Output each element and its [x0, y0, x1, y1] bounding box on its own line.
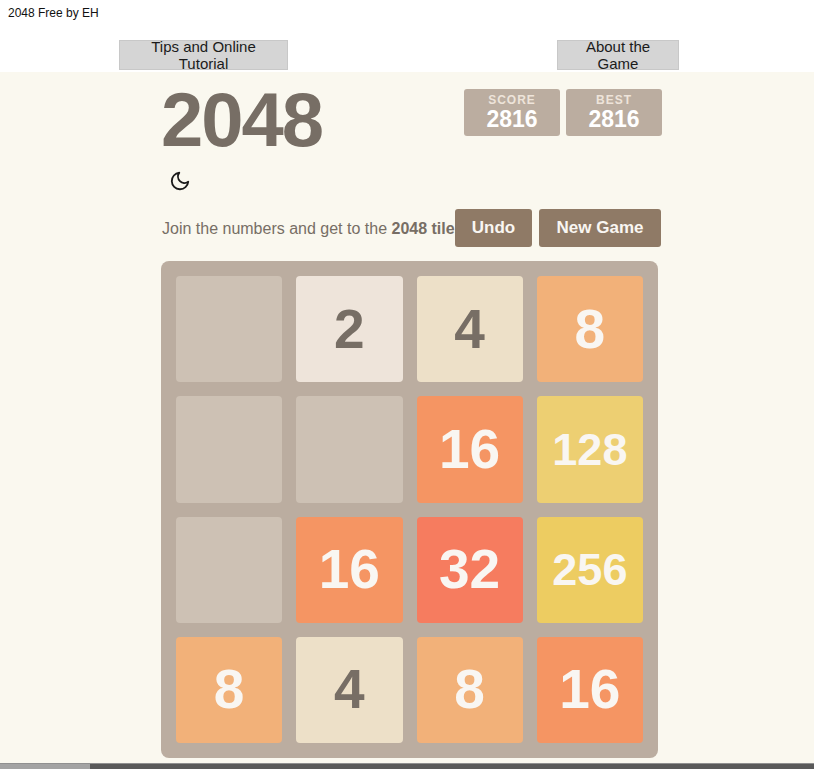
- tile-2: 2: [296, 276, 402, 382]
- best-box: BEST 2816: [566, 89, 662, 136]
- instructions-goal: 2048 tile!: [391, 220, 459, 237]
- moon-icon: [169, 170, 191, 192]
- tile-4: 4: [417, 276, 523, 382]
- tile-8: 8: [417, 637, 523, 743]
- score-label: SCORE: [488, 93, 536, 107]
- empty-cell: [176, 276, 282, 382]
- new-game-button[interactable]: New Game: [539, 209, 661, 247]
- horizontal-scrollbar[interactable]: [0, 763, 814, 769]
- score-value: 2816: [486, 107, 537, 132]
- scrollbar-thumb[interactable]: [0, 764, 90, 769]
- tile-128: 128: [537, 396, 643, 502]
- score-box: SCORE 2816: [464, 89, 560, 136]
- empty-cell: [176, 517, 282, 623]
- tile-256: 256: [537, 517, 643, 623]
- tile-8: 8: [176, 637, 282, 743]
- best-label: BEST: [596, 93, 632, 107]
- tile-8: 8: [537, 276, 643, 382]
- best-value: 2816: [588, 107, 639, 132]
- tile-16: 16: [537, 637, 643, 743]
- game-title: 2048: [161, 82, 322, 158]
- tile-32: 32: [417, 517, 523, 623]
- instructions-text: Join the numbers and get to the: [162, 220, 391, 237]
- empty-cell: [296, 396, 402, 502]
- tips-tutorial-button[interactable]: Tips and Online Tutorial: [119, 40, 288, 70]
- window-title: 2048 Free by EH: [8, 6, 99, 20]
- tile-16: 16: [296, 517, 402, 623]
- tile-4: 4: [296, 637, 402, 743]
- undo-button[interactable]: Undo: [455, 209, 532, 247]
- dark-mode-toggle[interactable]: [167, 169, 193, 195]
- game-instructions: Join the numbers and get to the 2048 til…: [162, 219, 460, 240]
- board-grid: 24816128163225684816: [161, 261, 658, 758]
- empty-cell: [176, 396, 282, 502]
- about-game-button[interactable]: About the Game: [557, 40, 679, 70]
- scoreboard: SCORE 2816 BEST 2816: [464, 89, 662, 136]
- tile-16: 16: [417, 396, 523, 502]
